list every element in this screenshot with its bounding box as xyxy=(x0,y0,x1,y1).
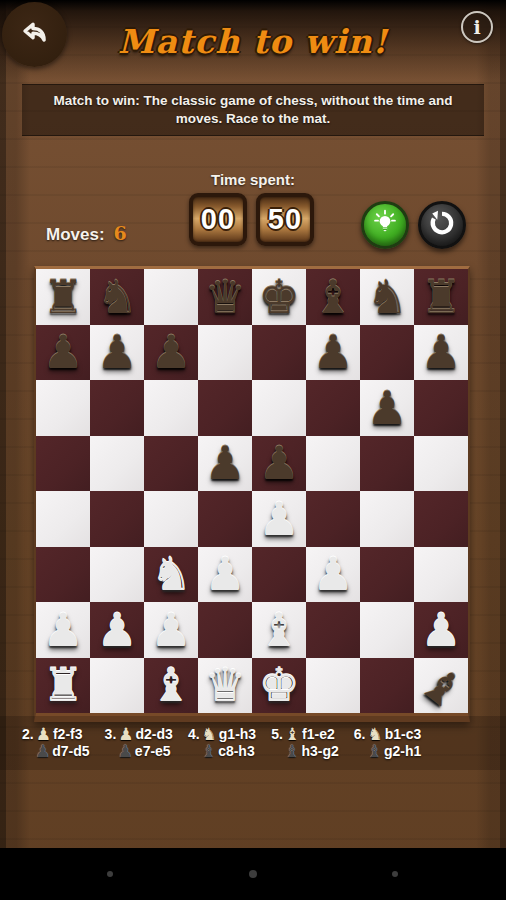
square-a8[interactable]: ♜ xyxy=(36,269,90,325)
nav-dot-recent[interactable] xyxy=(392,871,398,877)
square-b1[interactable] xyxy=(90,658,144,714)
square-e7[interactable] xyxy=(252,325,306,381)
piece-white-pawn: ♟ xyxy=(258,496,299,542)
square-h4[interactable] xyxy=(414,491,468,547)
square-c7[interactable]: ♟ xyxy=(144,325,198,381)
square-d5[interactable]: ♟ xyxy=(198,436,252,492)
square-b3[interactable] xyxy=(90,547,144,603)
info-button[interactable]: i xyxy=(461,11,493,43)
black-pawn-icon: ♟ xyxy=(35,743,50,760)
white-knight-icon: ♞ xyxy=(367,726,382,743)
square-f2[interactable] xyxy=(306,602,360,658)
white-move-row: 4.♞g1-h3 xyxy=(188,726,256,744)
square-f4[interactable] xyxy=(306,491,360,547)
square-h5[interactable] xyxy=(414,436,468,492)
square-a7[interactable]: ♟ xyxy=(36,325,90,381)
move-entry-2: 2.♟f2-f3♟d7-d5 xyxy=(22,726,90,761)
square-b2[interactable]: ♟ xyxy=(90,602,144,658)
piece-black-pawn: ♟ xyxy=(150,329,191,375)
moves-label: Moves: xyxy=(46,225,105,244)
white-move-row: 3.♟d2-d3 xyxy=(105,726,173,744)
piece-black-king: ♚ xyxy=(258,274,299,320)
move-entry-5: 5.♝f1-e2♝h3-g2 xyxy=(271,726,339,761)
white-move-row: 6.♞b1-c3 xyxy=(354,726,422,744)
square-a2[interactable]: ♟ xyxy=(36,602,90,658)
square-f3[interactable]: ♟ xyxy=(306,547,360,603)
move-number: 2. xyxy=(22,726,34,744)
piece-white-pawn: ♟ xyxy=(96,607,137,653)
square-c2[interactable]: ♟ xyxy=(144,602,198,658)
piece-black-rook: ♜ xyxy=(42,274,83,320)
white-move-text: b1-c3 xyxy=(385,726,422,744)
square-e3[interactable] xyxy=(252,547,306,603)
white-move-text: g1-h3 xyxy=(219,726,256,744)
black-move-text: g2-h1 xyxy=(384,743,421,761)
square-d6[interactable] xyxy=(198,380,252,436)
square-c1[interactable]: ♝ xyxy=(144,658,198,714)
square-g3[interactable] xyxy=(360,547,414,603)
square-f8[interactable]: ♝ xyxy=(306,269,360,325)
piece-white-pawn: ♟ xyxy=(312,551,353,597)
time-spent-label: Time spent: xyxy=(0,171,506,188)
square-b4[interactable] xyxy=(90,491,144,547)
page-title: Match to win! xyxy=(0,22,506,61)
white-move-text: d2-d3 xyxy=(136,726,173,744)
white-move-text: f1-e2 xyxy=(302,726,335,744)
piece-white-pawn: ♟ xyxy=(42,607,83,653)
piece-white-rook: ♜ xyxy=(42,662,83,708)
piece-black-pawn: ♟ xyxy=(96,329,137,375)
piece-black-bishop: ♝ xyxy=(412,657,473,719)
piece-white-king: ♚ xyxy=(258,662,299,708)
moves-counter: Moves:6 xyxy=(46,222,127,245)
white-move-text: f2-f3 xyxy=(53,726,83,744)
square-h1[interactable]: ♝ xyxy=(414,658,468,714)
restart-arrow-icon xyxy=(427,208,457,242)
square-g4[interactable] xyxy=(360,491,414,547)
piece-black-pawn: ♟ xyxy=(312,329,353,375)
square-b6[interactable] xyxy=(90,380,144,436)
square-f1[interactable] xyxy=(306,658,360,714)
move-entry-3: 3.♟d2-d3♟e7-e5 xyxy=(105,726,173,761)
black-move-text: c8-h3 xyxy=(218,743,255,761)
square-e8[interactable]: ♚ xyxy=(252,269,306,325)
square-g2[interactable] xyxy=(360,602,414,658)
square-f5[interactable] xyxy=(306,436,360,492)
square-g6[interactable]: ♟ xyxy=(360,380,414,436)
white-move-row: 2.♟f2-f3 xyxy=(22,726,90,744)
piece-black-knight: ♞ xyxy=(366,274,407,320)
black-bishop-icon: ♝ xyxy=(367,743,382,760)
square-h8[interactable]: ♜ xyxy=(414,269,468,325)
square-a4[interactable] xyxy=(36,491,90,547)
piece-black-pawn: ♟ xyxy=(366,385,407,431)
piece-black-pawn: ♟ xyxy=(258,440,299,486)
white-pawn-icon: ♟ xyxy=(36,726,51,743)
square-d1[interactable]: ♛ xyxy=(198,658,252,714)
square-f7[interactable]: ♟ xyxy=(306,325,360,381)
square-d2[interactable] xyxy=(198,602,252,658)
black-move-row: ♝h3-g2 xyxy=(284,743,339,761)
android-navbar xyxy=(0,848,506,900)
black-move-text: h3-g2 xyxy=(301,743,338,761)
black-move-row: ♟d7-d5 xyxy=(35,743,90,761)
square-b8[interactable]: ♞ xyxy=(90,269,144,325)
piece-black-pawn: ♟ xyxy=(204,440,245,486)
square-b5[interactable] xyxy=(90,436,144,492)
move-number: 5. xyxy=(271,726,283,744)
subtitle-text: Match to win: The classic game of chess,… xyxy=(22,92,484,128)
square-g5[interactable] xyxy=(360,436,414,492)
move-entry-6: 6.♞b1-c3♝g2-h1 xyxy=(354,726,422,761)
minutes-value: 00 xyxy=(201,203,235,236)
piece-white-pawn: ♟ xyxy=(150,607,191,653)
square-a1[interactable]: ♜ xyxy=(36,658,90,714)
black-move-text: e7-e5 xyxy=(135,743,171,761)
square-d4[interactable] xyxy=(198,491,252,547)
piece-black-knight: ♞ xyxy=(96,274,137,320)
piece-white-pawn: ♟ xyxy=(204,551,245,597)
square-h2[interactable]: ♟ xyxy=(414,602,468,658)
piece-white-knight: ♞ xyxy=(150,551,191,597)
piece-white-bishop: ♝ xyxy=(150,662,191,708)
piece-black-queen: ♛ xyxy=(204,274,245,320)
white-pawn-icon: ♟ xyxy=(118,726,133,743)
piece-white-pawn: ♟ xyxy=(420,607,461,653)
square-e2[interactable]: ♝ xyxy=(252,602,306,658)
restart-button[interactable] xyxy=(418,201,466,249)
square-d3[interactable]: ♟ xyxy=(198,547,252,603)
square-c4[interactable] xyxy=(144,491,198,547)
seconds-counter: 50 xyxy=(256,193,314,246)
square-e1[interactable]: ♚ xyxy=(252,658,306,714)
square-d8[interactable]: ♛ xyxy=(198,269,252,325)
square-f6[interactable] xyxy=(306,380,360,436)
black-move-text: d7-d5 xyxy=(52,743,89,761)
square-h3[interactable] xyxy=(414,547,468,603)
square-e6[interactable] xyxy=(252,380,306,436)
black-pawn-icon: ♟ xyxy=(118,743,133,760)
square-g8[interactable]: ♞ xyxy=(360,269,414,325)
square-g7[interactable] xyxy=(360,325,414,381)
square-c8[interactable] xyxy=(144,269,198,325)
square-h7[interactable]: ♟ xyxy=(414,325,468,381)
moves-count: 6 xyxy=(114,222,127,244)
square-a5[interactable] xyxy=(36,436,90,492)
piece-white-bishop: ♝ xyxy=(258,607,299,653)
white-bishop-icon: ♝ xyxy=(285,726,300,743)
seconds-value: 50 xyxy=(268,203,302,236)
lightbulb-icon xyxy=(371,209,399,241)
white-move-row: 5.♝f1-e2 xyxy=(271,726,339,744)
nav-dot-back[interactable] xyxy=(107,871,113,877)
square-h6[interactable] xyxy=(414,380,468,436)
piece-black-pawn: ♟ xyxy=(420,329,461,375)
black-move-row: ♟e7-e5 xyxy=(118,743,173,761)
square-a3[interactable] xyxy=(36,547,90,603)
nav-dot-home[interactable] xyxy=(249,870,257,878)
black-move-row: ♝c8-h3 xyxy=(201,743,256,761)
square-g1[interactable] xyxy=(360,658,414,714)
move-list[interactable]: 2.♟f2-f3♟d7-d53.♟d2-d3♟e7-e54.♞g1-h3♝c8-… xyxy=(0,716,506,770)
black-move-row: ♝g2-h1 xyxy=(367,743,422,761)
black-bishop-icon: ♝ xyxy=(201,743,216,760)
square-c5[interactable] xyxy=(144,436,198,492)
info-icon: i xyxy=(473,16,480,38)
piece-black-bishop: ♝ xyxy=(312,274,353,320)
chess-board: ♜♞♛♚♝♞♜♟♟♟♟♟♟♟♟♟♞♟♟♟♟♟♝♟♜♝♛♚♝ xyxy=(36,269,468,713)
move-number: 3. xyxy=(105,726,117,744)
square-c3[interactable]: ♞ xyxy=(144,547,198,603)
square-b7[interactable]: ♟ xyxy=(90,325,144,381)
square-e5[interactable]: ♟ xyxy=(252,436,306,492)
move-number: 6. xyxy=(354,726,366,744)
hint-button[interactable] xyxy=(361,201,409,249)
minutes-counter: 00 xyxy=(189,193,247,246)
move-entry-4: 4.♞g1-h3♝c8-h3 xyxy=(188,726,256,761)
subtitle-band: Match to win: The classic game of chess,… xyxy=(22,84,484,136)
app-screen: Match to win! i Match to win: The classi… xyxy=(0,0,506,900)
chess-board-frame: ♜♞♛♚♝♞♜♟♟♟♟♟♟♟♟♟♞♟♟♟♟♟♝♟♜♝♛♚♝ xyxy=(34,266,470,722)
move-number: 4. xyxy=(188,726,200,744)
white-knight-icon: ♞ xyxy=(202,726,217,743)
piece-black-rook: ♜ xyxy=(420,274,461,320)
square-c6[interactable] xyxy=(144,380,198,436)
square-a6[interactable] xyxy=(36,380,90,436)
time-counters: 00 50 xyxy=(189,193,314,246)
black-bishop-icon: ♝ xyxy=(284,743,299,760)
square-e4[interactable]: ♟ xyxy=(252,491,306,547)
piece-black-pawn: ♟ xyxy=(42,329,83,375)
piece-white-queen: ♛ xyxy=(204,662,245,708)
square-d7[interactable] xyxy=(198,325,252,381)
